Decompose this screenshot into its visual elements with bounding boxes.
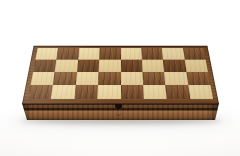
- board-cell: [28, 85, 53, 99]
- board-cell: [77, 59, 99, 71]
- board-frame: [22, 46, 219, 104]
- board-cell: [163, 59, 186, 71]
- board-cell: [184, 59, 208, 71]
- board-cell: [51, 85, 75, 99]
- board-cell: [183, 48, 206, 60]
- board-cell: [142, 59, 164, 71]
- board-top: [22, 46, 219, 104]
- board-cell: [99, 59, 121, 71]
- board-cell: [31, 72, 55, 85]
- board-cell: [164, 72, 188, 85]
- board-cell: [141, 48, 163, 60]
- board-cell: [33, 59, 57, 71]
- checker-grid: [28, 48, 213, 99]
- board-cell: [57, 48, 79, 60]
- board-cell: [74, 85, 98, 99]
- board-cell: [142, 72, 165, 85]
- board-cell: [165, 85, 189, 99]
- board-cell: [121, 72, 143, 85]
- board-cell: [97, 85, 120, 99]
- board-cell: [99, 48, 120, 60]
- board-cell: [121, 59, 143, 71]
- board-cell: [188, 85, 213, 99]
- board-cell: [98, 72, 120, 85]
- board-cell: [35, 48, 58, 60]
- board-cell: [143, 85, 167, 99]
- board-cell: [162, 48, 184, 60]
- photo-background: [0, 0, 240, 156]
- board-cell: [121, 48, 142, 60]
- clasp-pin: [116, 110, 121, 115]
- board-cell: [78, 48, 100, 60]
- board-cell: [53, 72, 77, 85]
- board-cell: [76, 72, 99, 85]
- board-cell: [121, 85, 144, 99]
- board-cell: [55, 59, 78, 71]
- board-cell: [186, 72, 210, 85]
